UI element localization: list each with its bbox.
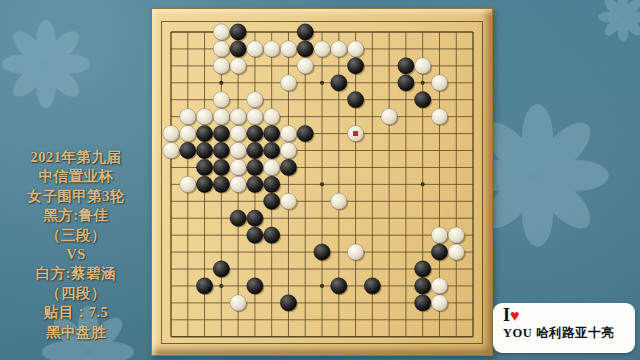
stone-white-17-13 [431,227,447,243]
stone-black-5-1 [230,24,246,40]
komi-line: 贴目：7.5 [0,303,152,322]
stone-white-18-13 [448,227,464,243]
stone-white-8-8 [280,142,296,158]
stone-black-4-15 [213,261,229,277]
stone-white-3-6 [196,109,212,125]
stone-white-16-3 [415,58,431,74]
result-line: 黑中盘胜 [0,323,152,342]
stone-white-7-9 [264,159,280,175]
event-name-line: 中信置业杯 [0,167,152,186]
stone-white-8-7 [280,125,296,141]
stone-black-9-2 [297,41,313,57]
stone-black-15-3 [398,58,414,74]
stone-black-6-13 [247,227,263,243]
stone-white-5-3 [230,58,246,74]
stone-white-5-6 [230,109,246,125]
star-point [320,182,324,186]
stone-white-5-9 [230,159,246,175]
stone-white-2-10 [180,176,196,192]
stone-white-17-17 [431,295,447,311]
stone-black-11-16 [331,278,347,294]
go-board-svg [152,9,492,355]
stone-black-12-3 [347,58,363,74]
star-point [219,81,223,85]
stone-black-13-16 [364,278,380,294]
stone-black-15-4 [398,75,414,91]
stone-white-6-2 [247,41,263,57]
stone-white-17-16 [431,278,447,294]
stone-white-1-8 [163,142,179,158]
event-year-line: 2021年第九届 [0,148,152,167]
stone-white-5-8 [230,142,246,158]
go-board[interactable] [151,8,493,356]
stone-black-4-10 [213,176,229,192]
stone-white-10-2 [314,41,330,57]
last-move-marker [353,131,358,136]
event-round-line: 女子围甲第3轮 [0,187,152,206]
logo-line2: YOU 哈利路亚十亮 [503,326,627,341]
black-player-line: 黑方:鲁佳 [0,206,152,225]
stone-black-3-8 [196,142,212,158]
stone-white-4-2 [213,41,229,57]
logo-i-text: I [503,305,510,325]
star-point [219,284,223,288]
stone-white-12-14 [347,244,363,260]
stone-black-8-9 [280,159,296,175]
stone-white-14-6 [381,109,397,125]
stone-black-6-9 [247,159,263,175]
heart-icon: ♥ [510,307,520,324]
stone-black-11-4 [331,75,347,91]
flower-ornament-top-left [0,16,94,112]
stone-white-4-5 [213,92,229,108]
stone-black-7-11 [264,193,280,209]
stone-white-8-4 [280,75,296,91]
stone-black-16-5 [415,92,431,108]
stone-white-2-7 [180,125,196,141]
video-frame: { "game": "go", "meta": { "event_lines":… [0,0,640,360]
stone-black-5-12 [230,210,246,226]
vs-line: VS [0,245,152,264]
stone-black-16-17 [415,295,431,311]
stone-black-6-10 [247,176,263,192]
stone-black-7-13 [264,227,280,243]
logo-line1: I♥ [503,305,627,326]
stone-white-4-3 [213,58,229,74]
stone-white-7-6 [264,109,280,125]
stone-white-11-2 [331,41,347,57]
stone-black-5-2 [230,41,246,57]
stone-white-18-14 [448,244,464,260]
stone-black-9-1 [297,24,313,40]
stone-white-1-7 [163,125,179,141]
stone-black-10-14 [314,244,330,260]
star-point [320,284,324,288]
stone-black-4-9 [213,159,229,175]
stone-black-3-16 [196,278,212,294]
stone-black-4-8 [213,142,229,158]
stone-white-17-4 [431,75,447,91]
stone-white-8-11 [280,193,296,209]
stone-black-3-7 [196,125,212,141]
channel-logo: I♥ YOU 哈利路亚十亮 [493,303,635,353]
stone-white-8-2 [280,41,296,57]
stone-white-12-2 [347,41,363,57]
star-point [421,182,425,186]
stone-black-7-7 [264,125,280,141]
stone-black-6-8 [247,142,263,158]
stone-black-7-8 [264,142,280,158]
stone-black-17-14 [431,244,447,260]
stone-white-2-6 [180,109,196,125]
stone-white-7-2 [264,41,280,57]
stone-white-17-6 [431,109,447,125]
stone-black-6-16 [247,278,263,294]
stone-white-4-1 [213,24,229,40]
stone-black-9-7 [297,125,313,141]
stone-white-5-10 [230,176,246,192]
stone-black-4-7 [213,125,229,141]
star-point [320,81,324,85]
white-player-line: 白方:蔡碧涵 [0,264,152,283]
stone-black-3-10 [196,176,212,192]
stone-black-12-5 [347,92,363,108]
tournament-info-panel: 2021年第九届 中信置业杯 女子围甲第3轮 黑方:鲁佳 （三段） VS 白方:… [0,148,152,342]
stone-black-7-10 [264,176,280,192]
white-rank-line: （四段） [0,284,152,303]
stone-white-6-5 [247,92,263,108]
stone-black-8-17 [280,295,296,311]
stone-black-2-8 [180,142,196,158]
stone-black-6-12 [247,210,263,226]
star-point [421,81,425,85]
flower-ornament-top-right [596,0,640,44]
stone-white-9-3 [297,58,313,74]
stone-white-11-11 [331,193,347,209]
stone-white-4-6 [213,109,229,125]
stone-black-16-16 [415,278,431,294]
stone-white-5-7 [230,125,246,141]
stone-black-3-9 [196,159,212,175]
stone-black-16-15 [415,261,431,277]
stone-black-6-7 [247,125,263,141]
stone-white-5-17 [230,295,246,311]
stone-white-6-6 [247,109,263,125]
black-rank-line: （三段） [0,226,152,245]
